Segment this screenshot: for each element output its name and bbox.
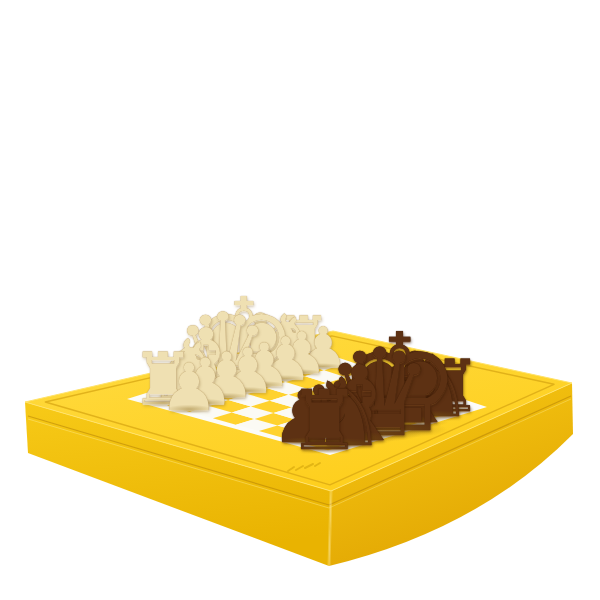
piece-shadow bbox=[303, 363, 342, 370]
piece-white-pawn: ♟ bbox=[217, 340, 278, 401]
piece-black-knight: ♞ bbox=[392, 344, 478, 430]
piece-black-pawn: ♟ bbox=[305, 373, 374, 442]
piece-white-pawn: ♟ bbox=[173, 350, 237, 414]
piece-shadow bbox=[166, 405, 212, 413]
piece-shadow bbox=[315, 426, 363, 435]
piece-black-pawn: ♟ bbox=[362, 359, 427, 424]
piece-white-king: ♚ bbox=[185, 283, 303, 401]
piece-shadow bbox=[231, 368, 290, 379]
piece-black-bishop: ♝ bbox=[366, 340, 464, 438]
piece-shadow bbox=[205, 393, 249, 401]
piece-black-pawn: ♟ bbox=[325, 368, 393, 436]
piece-white-queen: ♛ bbox=[170, 299, 275, 404]
chess-pieces-layer: ♜♞♝♛♚♝♞♜♟♟♟♟♟♟♟♟♟♟♟♟♟♟♟♟♜♞♝♛♚♝♞♜ bbox=[0, 0, 600, 600]
piece-shadow bbox=[282, 369, 322, 376]
piece-black-pawn: ♟ bbox=[341, 364, 408, 431]
piece-black-queen: ♛ bbox=[319, 333, 440, 454]
piece-white-pawn: ♟ bbox=[156, 355, 221, 420]
piece-shadow bbox=[183, 399, 228, 407]
piece-black-pawn: ♟ bbox=[399, 350, 462, 413]
piece-white-pawn: ♟ bbox=[295, 320, 351, 376]
piece-shadow bbox=[352, 421, 447, 439]
piece-white-knight: ♞ bbox=[245, 305, 319, 379]
piece-shadow bbox=[278, 437, 328, 446]
piece-shadow bbox=[380, 415, 448, 428]
piece-white-rook: ♜ bbox=[273, 309, 335, 371]
piece-black-pawn: ♟ bbox=[378, 354, 442, 418]
piece-black-pawn: ♟ bbox=[268, 382, 340, 454]
piece-shadow bbox=[323, 432, 396, 445]
piece-shadow bbox=[388, 403, 433, 411]
piece-shadow bbox=[405, 410, 465, 421]
piece-shadow bbox=[186, 380, 260, 394]
piece-shadow bbox=[296, 443, 354, 454]
piece-shadow bbox=[265, 375, 306, 383]
piece-shadow bbox=[408, 398, 452, 406]
piece-white-knight: ♞ bbox=[144, 329, 226, 411]
chess-set-product-photo: ♜♞♝♛♚♝♞♜♟♟♟♟♟♟♟♟♟♟♟♟♟♟♟♟♜♞♝♛♚♝♞♜ bbox=[0, 0, 600, 600]
piece-shadow bbox=[203, 374, 285, 389]
piece-white-pawn: ♟ bbox=[256, 330, 315, 389]
piece-shadow bbox=[156, 392, 214, 403]
piece-white-pawn: ♟ bbox=[273, 325, 330, 382]
piece-white-bishop: ♝ bbox=[218, 303, 302, 387]
piece-shadow bbox=[351, 415, 398, 424]
piece-white-pawn: ♟ bbox=[195, 345, 258, 408]
piece-shadow bbox=[256, 362, 308, 372]
piece-black-bishop: ♝ bbox=[308, 353, 412, 457]
piece-black-rook: ♜ bbox=[283, 380, 365, 462]
piece-black-rook: ♜ bbox=[414, 350, 486, 422]
piece-shadow bbox=[372, 409, 418, 417]
piece-shadow bbox=[312, 438, 378, 450]
piece-shadow bbox=[337, 426, 422, 442]
piece-white-bishop: ♝ bbox=[161, 317, 251, 407]
piece-shadow bbox=[425, 405, 475, 414]
piece-black-pawn: ♟ bbox=[284, 377, 355, 448]
piece-shadow bbox=[294, 432, 343, 441]
piece-black-king: ♚ bbox=[332, 316, 468, 452]
piece-shadow bbox=[336, 420, 384, 429]
piece-black-knight: ♞ bbox=[297, 365, 391, 459]
piece-shadow bbox=[282, 356, 325, 364]
piece-white-pawn: ♟ bbox=[234, 335, 294, 395]
piece-shadow bbox=[175, 386, 238, 398]
piece-white-rook: ♜ bbox=[127, 343, 199, 415]
piece-shadow bbox=[138, 398, 188, 407]
piece-shadow bbox=[226, 387, 269, 395]
piece-shadow bbox=[243, 381, 285, 389]
